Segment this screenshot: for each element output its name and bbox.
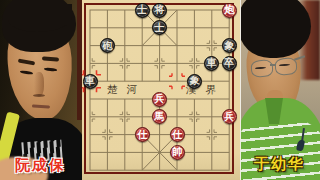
pieces-layer: 士将炮士砲象車卒車象兵馬兵仕仕帥 bbox=[82, 0, 240, 180]
player-right-hair bbox=[240, 0, 311, 58]
piece-red-炮[interactable]: 炮 bbox=[222, 3, 237, 18]
player-right-name: 于幼华 bbox=[254, 155, 305, 174]
piece-black-士[interactable]: 士 bbox=[152, 20, 167, 35]
xiangqi-board: 楚河 漢界 士将炮士砲象車卒車象兵馬兵仕仕帥 bbox=[82, 0, 240, 180]
piece-black-車[interactable]: 車 bbox=[83, 74, 98, 89]
piece-black-象[interactable]: 象 bbox=[187, 74, 202, 89]
piece-black-卒[interactable]: 卒 bbox=[222, 56, 237, 71]
player-left-nostril bbox=[33, 94, 45, 97]
piece-black-車[interactable]: 車 bbox=[204, 56, 219, 71]
glasses-bridge bbox=[270, 64, 276, 66]
piece-red-馬[interactable]: 馬 bbox=[152, 109, 167, 124]
piece-red-兵[interactable]: 兵 bbox=[152, 92, 167, 107]
player-left-nose bbox=[34, 72, 44, 96]
piece-red-帥[interactable]: 帥 bbox=[170, 145, 185, 160]
glasses-left-lens bbox=[250, 59, 273, 77]
piece-black-砲[interactable]: 砲 bbox=[100, 38, 115, 53]
piece-black-象[interactable]: 象 bbox=[222, 38, 237, 53]
player-right-photo: 于幼华 bbox=[240, 0, 320, 180]
piece-red-仕[interactable]: 仕 bbox=[170, 127, 185, 142]
player-left-photo: 阮成保 bbox=[0, 0, 82, 180]
player-left-name: 阮成保 bbox=[15, 156, 66, 175]
piece-red-仕[interactable]: 仕 bbox=[135, 127, 150, 142]
piece-black-士[interactable]: 士 bbox=[135, 3, 150, 18]
piece-red-兵[interactable]: 兵 bbox=[222, 109, 237, 124]
broadcast-frame: 阮成保 楚河 漢界 士将炮士砲象車卒車象兵馬兵仕仕帥 于幼华 bbox=[0, 0, 320, 180]
piece-black-将[interactable]: 将 bbox=[152, 3, 167, 18]
